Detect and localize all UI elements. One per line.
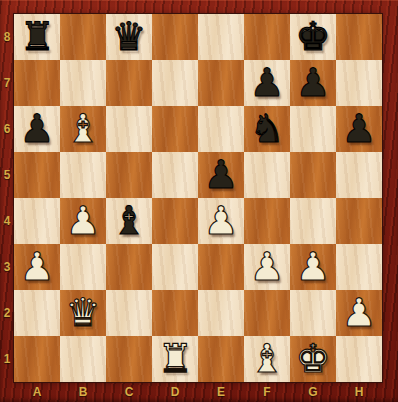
black-queen[interactable]: ♛	[106, 14, 152, 60]
white-bishop[interactable]: ♝	[60, 106, 106, 152]
square-g4[interactable]	[290, 198, 336, 244]
square-f2[interactable]	[244, 290, 290, 336]
square-d7[interactable]	[152, 60, 198, 106]
square-a1[interactable]	[14, 336, 60, 382]
rank-label-8: 8	[0, 14, 14, 60]
square-f5[interactable]	[244, 152, 290, 198]
square-b3[interactable]	[60, 244, 106, 290]
black-pawn[interactable]: ♟	[198, 152, 244, 198]
square-e4[interactable]: ♟	[198, 198, 244, 244]
black-pawn[interactable]: ♟	[336, 106, 382, 152]
square-h3[interactable]	[336, 244, 382, 290]
square-h2[interactable]: ♟	[336, 290, 382, 336]
black-king[interactable]: ♚	[290, 14, 336, 60]
black-bishop[interactable]: ♝	[106, 198, 152, 244]
square-d3[interactable]	[152, 244, 198, 290]
square-a3[interactable]: ♟	[14, 244, 60, 290]
rank-label-6: 6	[0, 106, 14, 152]
file-label-f: F	[244, 382, 290, 402]
square-h4[interactable]	[336, 198, 382, 244]
square-e2[interactable]	[198, 290, 244, 336]
square-h6[interactable]: ♟	[336, 106, 382, 152]
chess-board-frame: 87654321 ♜♛♚♟♟♟♝♞♟♟♟♝♟♟♟♟♛♟♜♝♚ ABCDEFGH	[0, 0, 398, 402]
square-g1[interactable]: ♚	[290, 336, 336, 382]
white-pawn[interactable]: ♟	[336, 290, 382, 336]
rank-label-2: 2	[0, 290, 14, 336]
square-d2[interactable]	[152, 290, 198, 336]
square-a2[interactable]	[14, 290, 60, 336]
white-queen[interactable]: ♛	[60, 290, 106, 336]
square-e7[interactable]	[198, 60, 244, 106]
white-rook[interactable]: ♜	[152, 336, 198, 382]
white-pawn[interactable]: ♟	[14, 244, 60, 290]
square-h5[interactable]	[336, 152, 382, 198]
square-b8[interactable]	[60, 14, 106, 60]
square-d6[interactable]	[152, 106, 198, 152]
black-rook[interactable]: ♜	[14, 14, 60, 60]
white-bishop[interactable]: ♝	[244, 336, 290, 382]
white-pawn[interactable]: ♟	[60, 198, 106, 244]
square-c8[interactable]: ♛	[106, 14, 152, 60]
square-d4[interactable]	[152, 198, 198, 244]
square-c4[interactable]: ♝	[106, 198, 152, 244]
square-h8[interactable]	[336, 14, 382, 60]
square-c6[interactable]	[106, 106, 152, 152]
file-label-h: H	[336, 382, 382, 402]
square-b4[interactable]: ♟	[60, 198, 106, 244]
square-e3[interactable]	[198, 244, 244, 290]
white-pawn[interactable]: ♟	[198, 198, 244, 244]
file-labels: ABCDEFGH	[14, 382, 382, 402]
rank-labels: 87654321	[0, 14, 14, 382]
square-g2[interactable]	[290, 290, 336, 336]
black-pawn[interactable]: ♟	[14, 106, 60, 152]
black-pawn[interactable]: ♟	[244, 60, 290, 106]
square-g7[interactable]: ♟	[290, 60, 336, 106]
square-c5[interactable]	[106, 152, 152, 198]
square-b2[interactable]: ♛	[60, 290, 106, 336]
square-f6[interactable]: ♞	[244, 106, 290, 152]
rank-label-3: 3	[0, 244, 14, 290]
square-f4[interactable]	[244, 198, 290, 244]
rank-label-5: 5	[0, 152, 14, 198]
square-c1[interactable]	[106, 336, 152, 382]
square-g8[interactable]: ♚	[290, 14, 336, 60]
rank-label-7: 7	[0, 60, 14, 106]
white-king[interactable]: ♚	[290, 336, 336, 382]
square-f3[interactable]: ♟	[244, 244, 290, 290]
square-a6[interactable]: ♟	[14, 106, 60, 152]
square-d8[interactable]	[152, 14, 198, 60]
chess-board: ♜♛♚♟♟♟♝♞♟♟♟♝♟♟♟♟♛♟♜♝♚	[14, 14, 382, 382]
rank-label-4: 4	[0, 198, 14, 244]
square-e6[interactable]	[198, 106, 244, 152]
square-h1[interactable]	[336, 336, 382, 382]
square-c3[interactable]	[106, 244, 152, 290]
square-g6[interactable]	[290, 106, 336, 152]
square-a5[interactable]	[14, 152, 60, 198]
square-b6[interactable]: ♝	[60, 106, 106, 152]
square-c7[interactable]	[106, 60, 152, 106]
square-g3[interactable]: ♟	[290, 244, 336, 290]
square-d5[interactable]	[152, 152, 198, 198]
square-a4[interactable]	[14, 198, 60, 244]
square-a8[interactable]: ♜	[14, 14, 60, 60]
file-label-c: C	[106, 382, 152, 402]
square-h7[interactable]	[336, 60, 382, 106]
square-c2[interactable]	[106, 290, 152, 336]
file-label-b: B	[60, 382, 106, 402]
square-b7[interactable]	[60, 60, 106, 106]
white-pawn[interactable]: ♟	[290, 244, 336, 290]
file-label-d: D	[152, 382, 198, 402]
file-label-a: A	[14, 382, 60, 402]
square-e1[interactable]	[198, 336, 244, 382]
square-d1[interactable]: ♜	[152, 336, 198, 382]
square-e8[interactable]	[198, 14, 244, 60]
square-g5[interactable]	[290, 152, 336, 198]
square-f7[interactable]: ♟	[244, 60, 290, 106]
square-e5[interactable]: ♟	[198, 152, 244, 198]
white-pawn[interactable]: ♟	[244, 244, 290, 290]
square-f1[interactable]: ♝	[244, 336, 290, 382]
black-knight[interactable]: ♞	[244, 106, 290, 152]
square-b5[interactable]	[60, 152, 106, 198]
file-label-e: E	[198, 382, 244, 402]
black-pawn[interactable]: ♟	[290, 60, 336, 106]
file-label-g: G	[290, 382, 336, 402]
rank-label-1: 1	[0, 336, 14, 382]
square-a7[interactable]	[14, 60, 60, 106]
square-f8[interactable]	[244, 14, 290, 60]
square-b1[interactable]	[60, 336, 106, 382]
